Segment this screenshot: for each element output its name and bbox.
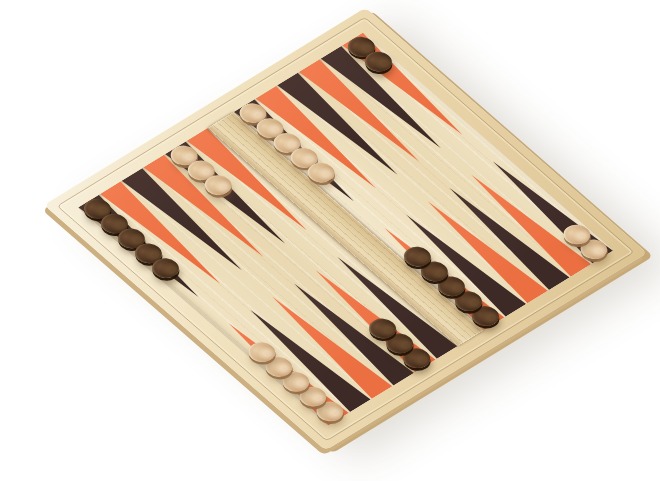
- backgammon-board: [44, 8, 647, 451]
- playing-field: [78, 32, 614, 425]
- photo-background: [0, 0, 660, 481]
